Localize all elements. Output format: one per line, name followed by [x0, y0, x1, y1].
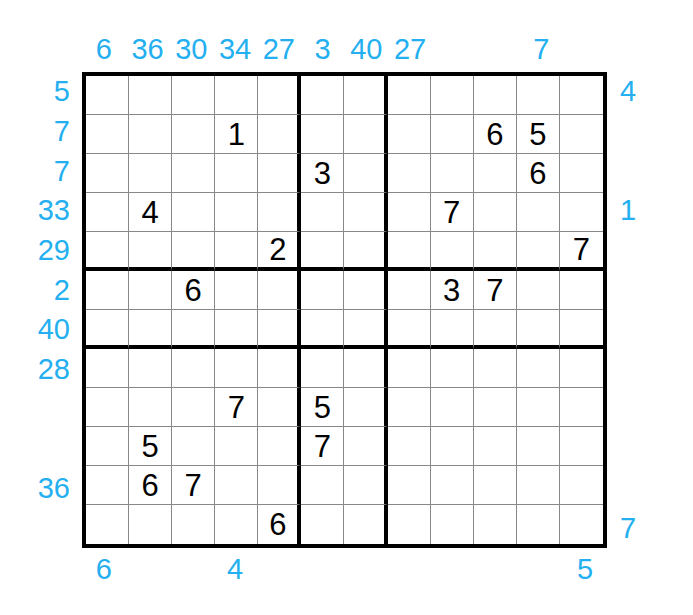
cell-r3c3[interactable] [172, 154, 215, 193]
left-clues: 57733292402836 [30, 72, 74, 548]
cell-r11c6[interactable] [301, 466, 344, 505]
clue-right-row6-empty [616, 270, 666, 310]
clue-top-col9-empty [432, 32, 476, 66]
clue-right-row3-empty [616, 151, 666, 191]
cell-r2c3[interactable] [172, 115, 215, 154]
cell-r9c9[interactable] [431, 388, 474, 427]
clue-left-row3: 7 [30, 151, 74, 191]
cell-r8c5[interactable] [258, 349, 301, 388]
cell-r1c9[interactable] [431, 76, 474, 115]
clue-left-row4: 33 [30, 191, 74, 231]
cell-r10c11[interactable] [517, 427, 560, 466]
cell-r9c4-given[interactable]: 7 [215, 388, 258, 427]
cell-r3c10[interactable] [474, 154, 517, 193]
cell-r4c7[interactable] [344, 193, 387, 232]
cell-r4c9-given[interactable]: 7 [431, 193, 474, 232]
cell-r12c1[interactable] [86, 505, 129, 544]
cell-r12c6[interactable] [301, 505, 344, 544]
cell-r10c7[interactable] [344, 427, 387, 466]
clue-top-col7: 40 [345, 32, 389, 66]
right-clues: 417 [616, 72, 666, 548]
cell-r7c1[interactable] [86, 310, 129, 349]
cell-r11c9[interactable] [431, 466, 474, 505]
clue-left-row1: 5 [30, 72, 74, 112]
cell-r7c2[interactable] [129, 310, 172, 349]
cell-r3c9[interactable] [431, 154, 474, 193]
cell-r11c1[interactable] [86, 466, 129, 505]
cell-r7c11[interactable] [517, 310, 560, 349]
cell-r3c8[interactable] [388, 154, 431, 193]
cell-r8c9[interactable] [431, 349, 474, 388]
cell-r8c8[interactable] [388, 349, 431, 388]
cell-r7c3[interactable] [172, 310, 215, 349]
cell-r2c12[interactable] [560, 115, 603, 154]
cell-r9c6-given[interactable]: 5 [301, 388, 344, 427]
cell-r3c11-given[interactable]: 6 [517, 154, 560, 193]
cell-r4c8[interactable] [388, 193, 431, 232]
clue-right-row2-empty [616, 112, 666, 152]
cell-r5c3[interactable] [172, 232, 215, 271]
cell-r5c10[interactable] [474, 232, 517, 271]
cell-r9c10[interactable] [474, 388, 517, 427]
cell-r5c6[interactable] [301, 232, 344, 271]
clue-top-col10-empty [476, 32, 520, 66]
cell-r2c4-given[interactable]: 1 [215, 115, 258, 154]
cell-r5c11[interactable] [517, 232, 560, 271]
clue-right-row12: 7 [616, 508, 666, 548]
clue-bottom-col6-empty [301, 552, 345, 586]
cell-r5c7[interactable] [344, 232, 387, 271]
cell-r2c6[interactable] [301, 115, 344, 154]
cell-r4c2-given[interactable]: 4 [129, 193, 172, 232]
top-clues: 636303427340277 [82, 32, 607, 66]
cell-r11c3-given[interactable]: 7 [172, 466, 215, 505]
clue-top-col4: 34 [213, 32, 257, 66]
cell-r9c8[interactable] [388, 388, 431, 427]
cell-r8c12[interactable] [560, 349, 603, 388]
cell-r1c1[interactable] [86, 76, 129, 115]
puzzle-page: 636303427340277 57733292402836 417 645 1… [0, 0, 693, 615]
cell-r12c3[interactable] [172, 505, 215, 544]
clue-left-row7: 40 [30, 310, 74, 350]
cell-r5c12-given[interactable]: 7 [560, 232, 603, 271]
cell-r11c10[interactable] [474, 466, 517, 505]
clue-bottom-col1: 6 [82, 552, 126, 586]
cell-r10c1[interactable] [86, 427, 129, 466]
cell-r9c2[interactable] [129, 388, 172, 427]
cell-r8c3[interactable] [172, 349, 215, 388]
cell-r12c8[interactable] [388, 505, 431, 544]
cell-r12c4[interactable] [215, 505, 258, 544]
cell-r1c7[interactable] [344, 76, 387, 115]
clue-bottom-col11-empty [520, 552, 564, 586]
cell-r1c10[interactable] [474, 76, 517, 115]
clue-bottom-col9-empty [432, 552, 476, 586]
cell-r8c11[interactable] [517, 349, 560, 388]
clue-bottom-col8-empty [388, 552, 432, 586]
clue-top-col5: 27 [257, 32, 301, 66]
cell-r12c5-given[interactable]: 6 [258, 505, 301, 544]
cell-r7c6[interactable] [301, 310, 344, 349]
clue-top-col1: 6 [82, 32, 126, 66]
cell-r8c4[interactable] [215, 349, 258, 388]
clue-bottom-col5-empty [257, 552, 301, 586]
cell-r1c8[interactable] [388, 76, 431, 115]
cell-r7c8[interactable] [388, 310, 431, 349]
cell-r6c11[interactable] [517, 271, 560, 310]
cell-r6c9-given[interactable]: 3 [431, 271, 474, 310]
clue-top-col11: 7 [520, 32, 564, 66]
cell-r6c3-given[interactable]: 6 [172, 271, 215, 310]
clue-right-row7-empty [616, 310, 666, 350]
cell-r6c12[interactable] [560, 271, 603, 310]
cell-r8c10[interactable] [474, 349, 517, 388]
clue-top-col6: 3 [301, 32, 345, 66]
bottom-clues: 645 [82, 552, 607, 586]
cell-r10c8[interactable] [388, 427, 431, 466]
cell-r6c8[interactable] [388, 271, 431, 310]
cell-r12c9[interactable] [431, 505, 474, 544]
cell-r4c6[interactable] [301, 193, 344, 232]
cell-r7c4[interactable] [215, 310, 258, 349]
cell-r6c1[interactable] [86, 271, 129, 310]
clue-left-row8: 28 [30, 350, 74, 390]
cell-r1c2[interactable] [129, 76, 172, 115]
cell-r12c7[interactable] [344, 505, 387, 544]
cell-r3c6-given[interactable]: 3 [301, 154, 344, 193]
cell-r9c7[interactable] [344, 388, 387, 427]
cell-r12c11[interactable] [517, 505, 560, 544]
cell-r7c10[interactable] [474, 310, 517, 349]
cell-r2c9[interactable] [431, 115, 474, 154]
cell-r2c10-given[interactable]: 6 [474, 115, 517, 154]
cell-r5c8[interactable] [388, 232, 431, 271]
cell-r1c3[interactable] [172, 76, 215, 115]
clue-right-row5-empty [616, 231, 666, 271]
cell-r5c4[interactable] [215, 232, 258, 271]
cell-r1c5[interactable] [258, 76, 301, 115]
cell-r8c1[interactable] [86, 349, 129, 388]
cell-r10c2-given[interactable]: 5 [129, 427, 172, 466]
cell-r8c2[interactable] [129, 349, 172, 388]
clue-top-col2: 36 [126, 32, 170, 66]
cell-r9c3[interactable] [172, 388, 215, 427]
clue-left-row2: 7 [30, 112, 74, 152]
cell-r2c7[interactable] [344, 115, 387, 154]
clue-bottom-col7-empty [345, 552, 389, 586]
clue-left-row5: 29 [30, 231, 74, 271]
cell-r4c11[interactable] [517, 193, 560, 232]
cell-r7c9[interactable] [431, 310, 474, 349]
cell-r6c10-given[interactable]: 7 [474, 271, 517, 310]
cell-r3c1[interactable] [86, 154, 129, 193]
clue-top-col8: 27 [388, 32, 432, 66]
cell-r11c11[interactable] [517, 466, 560, 505]
cell-r10c10[interactable] [474, 427, 517, 466]
clue-bottom-col4: 4 [213, 552, 257, 586]
cell-r10c6-given[interactable]: 7 [301, 427, 344, 466]
cell-r5c9[interactable] [431, 232, 474, 271]
cell-r10c9[interactable] [431, 427, 474, 466]
cell-r6c2[interactable] [129, 271, 172, 310]
cell-r5c5-given[interactable]: 2 [258, 232, 301, 271]
cell-r7c7[interactable] [344, 310, 387, 349]
cell-r11c8[interactable] [388, 466, 431, 505]
cell-r12c2[interactable] [129, 505, 172, 544]
cell-r4c1[interactable] [86, 193, 129, 232]
cell-r10c12[interactable] [560, 427, 603, 466]
cell-r11c2-given[interactable]: 6 [129, 466, 172, 505]
clue-left-row6: 2 [30, 270, 74, 310]
cell-r9c11[interactable] [517, 388, 560, 427]
cell-r3c2[interactable] [129, 154, 172, 193]
cell-r11c4[interactable] [215, 466, 258, 505]
cell-r8c6[interactable] [301, 349, 344, 388]
cell-r11c5[interactable] [258, 466, 301, 505]
cell-r12c12[interactable] [560, 505, 603, 544]
clue-top-col12-empty [563, 32, 607, 66]
cell-r11c12[interactable] [560, 466, 603, 505]
clue-left-row12-empty [30, 508, 74, 548]
cell-r1c4[interactable] [215, 76, 258, 115]
cell-r6c6[interactable] [301, 271, 344, 310]
cell-r3c12[interactable] [560, 154, 603, 193]
clue-right-row10-empty [616, 429, 666, 469]
cell-r9c12[interactable] [560, 388, 603, 427]
cell-r1c11[interactable] [517, 76, 560, 115]
cell-r9c5[interactable] [258, 388, 301, 427]
clue-left-row10-empty [30, 429, 74, 469]
clue-right-row1: 4 [616, 72, 666, 112]
cell-r3c7[interactable] [344, 154, 387, 193]
cell-r3c5[interactable] [258, 154, 301, 193]
cell-r4c12[interactable] [560, 193, 603, 232]
clue-left-row9-empty [30, 389, 74, 429]
cell-r2c2[interactable] [129, 115, 172, 154]
cell-r3c4[interactable] [215, 154, 258, 193]
clue-bottom-col12: 5 [563, 552, 607, 586]
clue-right-row4: 1 [616, 191, 666, 231]
cell-r2c5[interactable] [258, 115, 301, 154]
cell-r2c8[interactable] [388, 115, 431, 154]
clue-bottom-col2-empty [126, 552, 170, 586]
cell-r6c7[interactable] [344, 271, 387, 310]
puzzle-board: 1653647276377557676 [82, 72, 607, 548]
clue-top-col3: 30 [170, 32, 214, 66]
cell-r1c12[interactable] [560, 76, 603, 115]
cell-r12c10[interactable] [474, 505, 517, 544]
cell-r10c4[interactable] [215, 427, 258, 466]
cell-r6c5[interactable] [258, 271, 301, 310]
cell-r5c2[interactable] [129, 232, 172, 271]
clue-right-row9-empty [616, 389, 666, 429]
clue-right-row8-empty [616, 350, 666, 390]
cell-r10c3[interactable] [172, 427, 215, 466]
cell-r10c5[interactable] [258, 427, 301, 466]
cell-r8c7[interactable] [344, 349, 387, 388]
cell-r2c1[interactable] [86, 115, 129, 154]
cell-r4c5[interactable] [258, 193, 301, 232]
cell-r4c10[interactable] [474, 193, 517, 232]
cell-r7c5[interactable] [258, 310, 301, 349]
cell-r7c12[interactable] [560, 310, 603, 349]
cell-r5c1[interactable] [86, 232, 129, 271]
cell-r9c1[interactable] [86, 388, 129, 427]
clue-bottom-col3-empty [170, 552, 214, 586]
clue-bottom-col10-empty [476, 552, 520, 586]
cell-r4c3[interactable] [172, 193, 215, 232]
clue-right-row11-empty [616, 469, 666, 509]
cell-r6c4[interactable] [215, 271, 258, 310]
cell-r2c11-given[interactable]: 5 [517, 115, 560, 154]
cell-r4c4[interactable] [215, 193, 258, 232]
cell-r11c7[interactable] [344, 466, 387, 505]
clue-left-row11: 36 [30, 469, 74, 509]
cell-r1c6[interactable] [301, 76, 344, 115]
